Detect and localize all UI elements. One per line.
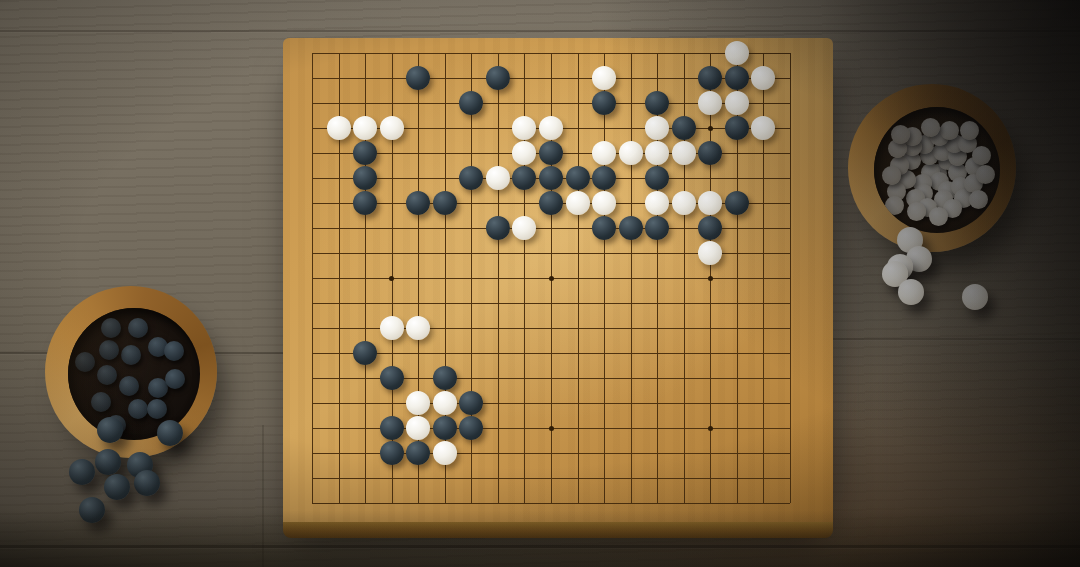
bowl-stone-white [907, 202, 926, 221]
board-stone-black [592, 91, 616, 115]
bowl-stone-black [147, 399, 167, 419]
board-stone-black [698, 66, 722, 90]
board-stone-white [406, 391, 430, 415]
bowl-stone-white [882, 166, 901, 185]
bowl-stone-black [91, 392, 111, 412]
board-stone-white [725, 41, 749, 65]
photo-go-scene: { "game": "go", "scene": { "description"… [0, 0, 1080, 567]
bowl-stone-white [960, 121, 979, 140]
bowl-stone-black [128, 399, 148, 419]
loose-stone-white [962, 284, 988, 310]
board-stone-white [512, 216, 536, 240]
grid-line-v [604, 53, 605, 503]
board-stone-white [698, 91, 722, 115]
board-stone-white [751, 66, 775, 90]
board-stone-white [751, 116, 775, 140]
bowl-stone-white [929, 207, 948, 226]
bowl-interior [874, 107, 1000, 233]
bowl-stone-white [972, 146, 991, 165]
board-stone-white [406, 316, 430, 340]
board-stone-white [698, 191, 722, 215]
board-stone-white [619, 141, 643, 165]
bowl-interior [68, 308, 200, 440]
bowl-stone-white [940, 121, 959, 140]
board-stone-black [512, 166, 536, 190]
board-stone-white [512, 116, 536, 140]
grid-line-v [578, 53, 579, 503]
board-stone-white [433, 391, 457, 415]
board-stone-black [725, 66, 749, 90]
board-stone-white [698, 241, 722, 265]
bowl-stone-black [99, 340, 119, 360]
plank-seam-top [0, 30, 1080, 32]
go-board[interactable] [283, 38, 833, 522]
board-stone-black [353, 341, 377, 365]
board-stone-white [327, 116, 351, 140]
board-stone-black [592, 216, 616, 240]
board-stone-black [645, 166, 669, 190]
bowl-stone-black [165, 369, 185, 389]
go-board-side-face [283, 522, 833, 538]
board-stone-black [353, 141, 377, 165]
bowl-stone-black [75, 352, 95, 372]
bowl-stone-black [101, 318, 121, 338]
board-stone-black [672, 116, 696, 140]
board-stone-black [380, 416, 404, 440]
board-stone-black [406, 441, 430, 465]
grid-line-h [312, 303, 790, 304]
board-stone-black [539, 191, 563, 215]
board-stone-white [645, 141, 669, 165]
star-point [708, 426, 713, 431]
board-stone-black [486, 216, 510, 240]
board-stone-white [592, 66, 616, 90]
board-stone-black [566, 166, 590, 190]
board-stone-white [353, 116, 377, 140]
board-stone-white [406, 416, 430, 440]
board-stone-black [459, 166, 483, 190]
star-point [549, 276, 554, 281]
loose-stone-white [898, 279, 924, 305]
board-stone-black [380, 366, 404, 390]
board-stone-black [353, 166, 377, 190]
loose-stone-black [97, 417, 123, 443]
grid-line-h [312, 503, 790, 504]
star-point [708, 276, 713, 281]
board-stone-white [539, 116, 563, 140]
board-stone-white [486, 166, 510, 190]
board-stone-black [645, 91, 669, 115]
board-stone-white [566, 191, 590, 215]
bowl-stone-black [97, 365, 117, 385]
loose-stone-black [104, 474, 130, 500]
board-stone-black [698, 141, 722, 165]
board-stone-white [592, 141, 616, 165]
plank-gap-vertical [262, 425, 264, 567]
bowl-stone-white [976, 165, 995, 184]
black-stone-bowl [45, 286, 217, 458]
board-stone-white [380, 116, 404, 140]
grid-line-v [631, 53, 632, 503]
loose-stone-black [134, 470, 160, 496]
bowl-stone-black [119, 376, 139, 396]
board-stone-black [725, 191, 749, 215]
board-stone-white [433, 441, 457, 465]
grid-line-h [312, 353, 790, 354]
board-stone-black [459, 91, 483, 115]
board-stone-black [433, 416, 457, 440]
loose-stone-black [69, 459, 95, 485]
bowl-stone-black [128, 318, 148, 338]
board-stone-black [406, 66, 430, 90]
board-stone-black [353, 191, 377, 215]
grid-line-h [312, 403, 790, 404]
board-stone-white [725, 91, 749, 115]
board-stone-black [645, 216, 669, 240]
board-stone-black [459, 416, 483, 440]
loose-stone-black [79, 497, 105, 523]
board-stone-black [619, 216, 643, 240]
star-point [549, 426, 554, 431]
board-stone-white [380, 316, 404, 340]
loose-stone-black [157, 420, 183, 446]
bowl-stone-white [891, 125, 910, 144]
board-stone-black [592, 166, 616, 190]
board-stone-black [539, 141, 563, 165]
board-stone-black [698, 216, 722, 240]
grid-line-h [312, 478, 790, 479]
star-point [389, 276, 394, 281]
board-stone-black [380, 441, 404, 465]
bowl-stone-white [921, 118, 940, 137]
board-stone-white [592, 191, 616, 215]
board-stone-white [645, 191, 669, 215]
plank-seam-bottom [0, 545, 1080, 548]
board-stone-white [672, 191, 696, 215]
board-stone-black [406, 191, 430, 215]
board-stone-black [486, 66, 510, 90]
bowl-stone-black [164, 341, 184, 361]
board-stone-white [512, 141, 536, 165]
loose-stone-black [95, 449, 121, 475]
plank-seam-right [833, 338, 1080, 340]
board-stone-black [459, 391, 483, 415]
star-point [708, 126, 713, 131]
board-stone-white [645, 116, 669, 140]
board-stone-white [672, 141, 696, 165]
board-stone-black [433, 366, 457, 390]
board-stone-black [433, 191, 457, 215]
board-stone-black [539, 166, 563, 190]
bowl-stone-white [969, 190, 988, 209]
bowl-stone-black [121, 345, 141, 365]
grid-line-v [790, 53, 791, 503]
board-stone-black [725, 116, 749, 140]
white-stone-bowl [848, 84, 1016, 252]
